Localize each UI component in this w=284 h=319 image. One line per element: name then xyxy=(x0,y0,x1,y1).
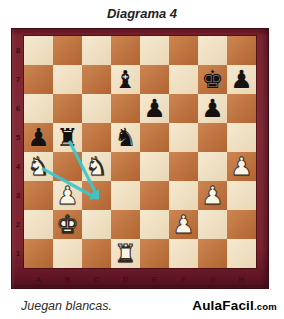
square-b4[interactable] xyxy=(53,152,82,181)
square-e5[interactable] xyxy=(140,123,169,152)
move-indicator-caption: Juegan blancas. xyxy=(21,296,112,313)
chess-board[interactable]: ♝♚♟♟♟♟♜♞♞♞♟♟♟♚♟♜ xyxy=(24,36,256,268)
file-label-B: B xyxy=(53,272,82,288)
square-d4[interactable] xyxy=(111,152,140,181)
black-pawn-e6[interactable]: ♟ xyxy=(140,94,169,123)
square-f4[interactable] xyxy=(169,152,198,181)
square-a7[interactable] xyxy=(24,65,53,94)
white-knight-c4[interactable]: ♞ xyxy=(82,152,111,181)
square-e7[interactable] xyxy=(140,65,169,94)
diagram-title: Diagrama 4 xyxy=(0,0,284,22)
square-h1[interactable] xyxy=(227,239,256,268)
square-e8[interactable] xyxy=(140,36,169,65)
square-c8[interactable] xyxy=(82,36,111,65)
file-label-H: H xyxy=(227,272,256,288)
square-f6[interactable] xyxy=(169,94,198,123)
square-a8[interactable] xyxy=(24,36,53,65)
square-f8[interactable] xyxy=(169,36,198,65)
white-pawn-g3[interactable]: ♟ xyxy=(198,181,227,210)
file-label-E: E xyxy=(140,272,169,288)
square-g5[interactable] xyxy=(198,123,227,152)
square-g2[interactable] xyxy=(198,210,227,239)
rank-label-4: 4 xyxy=(12,152,24,181)
square-g8[interactable] xyxy=(198,36,227,65)
square-b1[interactable] xyxy=(53,239,82,268)
square-b7[interactable] xyxy=(53,65,82,94)
square-c7[interactable] xyxy=(82,65,111,94)
square-c3[interactable] xyxy=(82,181,111,210)
square-d3[interactable] xyxy=(111,181,140,210)
square-c5[interactable] xyxy=(82,123,111,152)
square-e1[interactable] xyxy=(140,239,169,268)
rank-label-5: 5 xyxy=(12,123,24,152)
white-rook-d1[interactable]: ♜ xyxy=(111,239,140,268)
black-knight-d5[interactable]: ♞ xyxy=(111,123,140,152)
rank-label-6: 6 xyxy=(12,94,24,123)
site-logo-tld: .com xyxy=(254,301,277,312)
square-f1[interactable] xyxy=(169,239,198,268)
white-pawn-h4[interactable]: ♟ xyxy=(227,152,256,181)
white-pawn-f2[interactable]: ♟ xyxy=(169,210,198,239)
black-pawn-a5[interactable]: ♟ xyxy=(24,123,53,152)
square-d6[interactable] xyxy=(111,94,140,123)
square-h2[interactable] xyxy=(227,210,256,239)
site-logo[interactable]: AulaFacil.com xyxy=(192,296,277,313)
square-f5[interactable] xyxy=(169,123,198,152)
square-h6[interactable] xyxy=(227,94,256,123)
black-rook-b5[interactable]: ♜ xyxy=(53,123,82,152)
file-label-D: D xyxy=(111,272,140,288)
square-h5[interactable] xyxy=(227,123,256,152)
white-king-b2[interactable]: ♚ xyxy=(53,210,82,239)
black-pawn-g6[interactable]: ♟ xyxy=(198,94,227,123)
site-logo-name: AulaFacil xyxy=(192,298,254,313)
square-c6[interactable] xyxy=(82,94,111,123)
file-label-A: A xyxy=(24,272,53,288)
square-h3[interactable] xyxy=(227,181,256,210)
rank-label-8: 8 xyxy=(12,36,24,65)
square-b6[interactable] xyxy=(53,94,82,123)
square-b8[interactable] xyxy=(53,36,82,65)
square-a6[interactable] xyxy=(24,94,53,123)
square-a2[interactable] xyxy=(24,210,53,239)
black-king-g7[interactable]: ♚ xyxy=(198,65,227,94)
rank-label-3: 3 xyxy=(12,181,24,210)
chess-board-frame: 87654321 ABCDEFGH ♝♚♟♟♟♟♜♞♞♞♟♟♟♚♟♜ xyxy=(11,28,269,289)
file-label-G: G xyxy=(198,272,227,288)
square-f3[interactable] xyxy=(169,181,198,210)
square-c1[interactable] xyxy=(82,239,111,268)
rank-label-7: 7 xyxy=(12,65,24,94)
square-g1[interactable] xyxy=(198,239,227,268)
square-d2[interactable] xyxy=(111,210,140,239)
caption-row: Juegan blancas. AulaFacil.com xyxy=(0,296,284,318)
file-label-C: C xyxy=(82,272,111,288)
black-pawn-h7[interactable]: ♟ xyxy=(227,65,256,94)
square-a1[interactable] xyxy=(24,239,53,268)
square-g4[interactable] xyxy=(198,152,227,181)
square-e2[interactable] xyxy=(140,210,169,239)
black-bishop-d7[interactable]: ♝ xyxy=(111,65,140,94)
square-f7[interactable] xyxy=(169,65,198,94)
rank-label-1: 1 xyxy=(12,239,24,268)
square-h8[interactable] xyxy=(227,36,256,65)
rank-label-2: 2 xyxy=(12,210,24,239)
square-a3[interactable] xyxy=(24,181,53,210)
file-label-F: F xyxy=(169,272,198,288)
white-pawn-b3[interactable]: ♟ xyxy=(53,181,82,210)
white-knight-a4[interactable]: ♞ xyxy=(24,152,53,181)
square-c2[interactable] xyxy=(82,210,111,239)
square-d8[interactable] xyxy=(111,36,140,65)
square-e3[interactable] xyxy=(140,181,169,210)
square-e4[interactable] xyxy=(140,152,169,181)
